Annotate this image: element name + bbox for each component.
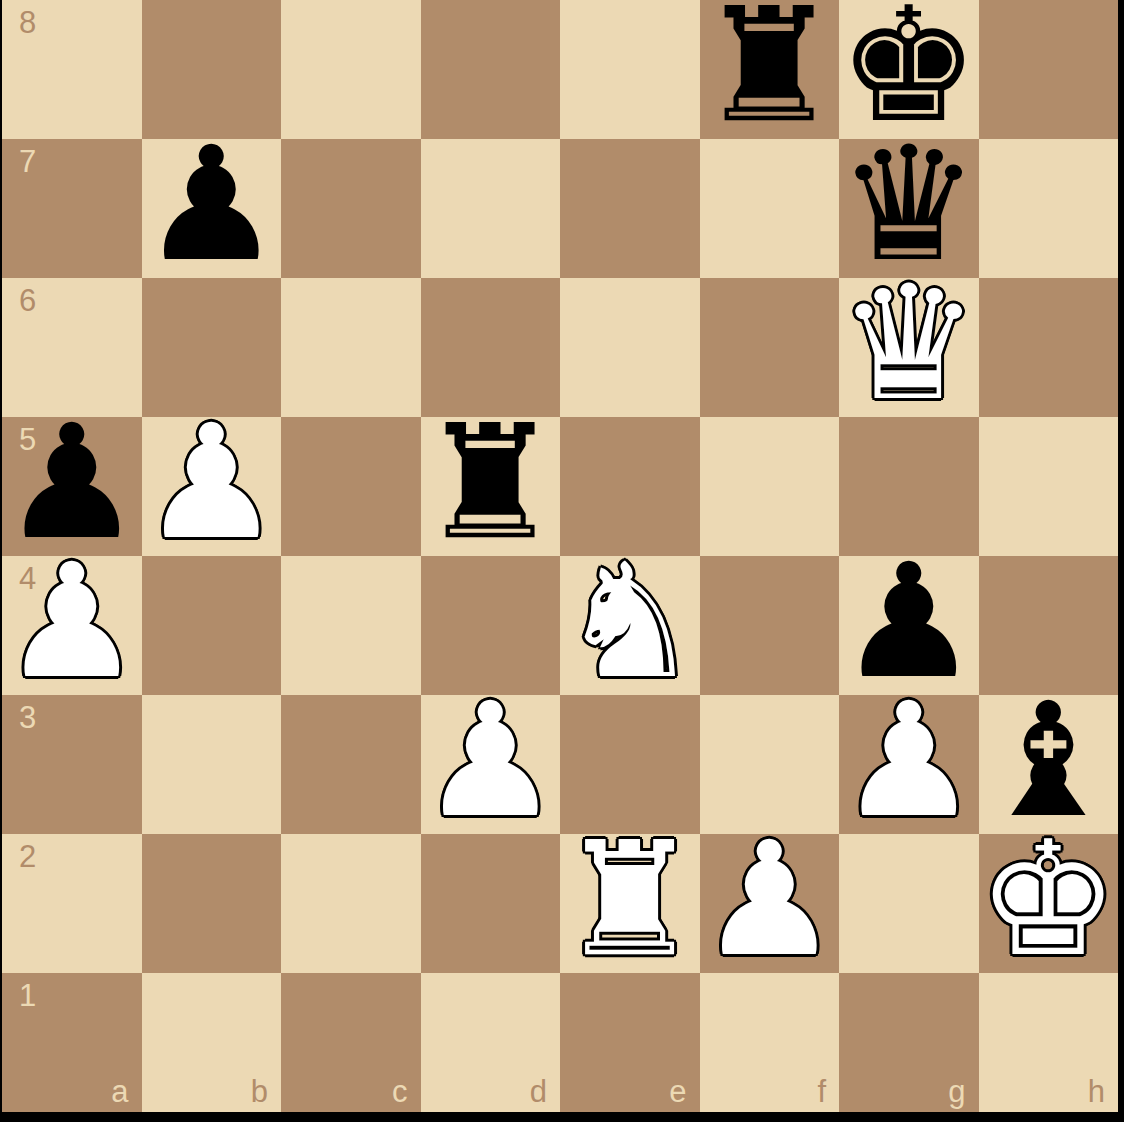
file-label-d: d [530,1076,547,1107]
rank-label-2: 2 [19,841,36,872]
file-label-a: a [111,1076,128,1107]
square-h5[interactable] [979,417,1119,556]
square-a3[interactable]: 3 [2,695,142,834]
square-b7[interactable]: ♟ [142,139,282,278]
square-d3[interactable]: ♟ [421,695,561,834]
piece-black-rook[interactable]: ♜ [700,0,840,134]
square-f2[interactable]: ♟ [700,834,840,973]
square-h1[interactable]: h [979,973,1119,1112]
file-label-h: h [1088,1076,1105,1107]
square-b3[interactable] [142,695,282,834]
file-label-e: e [669,1076,686,1107]
square-e4[interactable]: ♞ [560,556,700,695]
square-c1[interactable]: c [281,973,421,1112]
square-h6[interactable] [979,278,1119,417]
square-c8[interactable] [281,0,421,139]
piece-white-pawn[interactable]: ♟ [700,829,840,968]
chess-board: 8♜♚7♟♛6♛5♟♟♜4♟♞♟3♟♟♝2♜♟♚1abcdefgh [2,0,1118,1112]
piece-white-pawn[interactable]: ♟ [421,690,561,829]
square-g2[interactable] [839,834,979,973]
square-d8[interactable] [421,0,561,139]
square-h2[interactable]: ♚ [979,834,1119,973]
square-d2[interactable] [421,834,561,973]
square-e2[interactable]: ♜ [560,834,700,973]
rank-label-3: 3 [19,702,36,733]
square-f4[interactable] [700,556,840,695]
square-c7[interactable] [281,139,421,278]
square-e1[interactable]: e [560,973,700,1112]
square-b5[interactable]: ♟ [142,417,282,556]
piece-white-king[interactable]: ♚ [979,829,1119,968]
square-g1[interactable]: g [839,973,979,1112]
square-d7[interactable] [421,139,561,278]
file-label-b: b [251,1076,268,1107]
square-e8[interactable] [560,0,700,139]
piece-black-pawn[interactable]: ♟ [142,134,282,273]
piece-white-knight[interactable]: ♞ [560,551,700,690]
square-c3[interactable] [281,695,421,834]
file-label-c: c [392,1076,408,1107]
square-g6[interactable]: ♛ [839,278,979,417]
piece-white-queen[interactable]: ♛ [839,273,979,412]
piece-white-pawn[interactable]: ♟ [839,690,979,829]
rank-label-8: 8 [19,7,36,38]
square-a8[interactable]: 8 [2,0,142,139]
rank-label-6: 6 [19,285,36,316]
square-a7[interactable]: 7 [2,139,142,278]
rank-label-1: 1 [19,980,36,1011]
square-b1[interactable]: b [142,973,282,1112]
square-d5[interactable]: ♜ [421,417,561,556]
square-d1[interactable]: d [421,973,561,1112]
piece-white-pawn[interactable]: ♟ [142,412,282,551]
square-c2[interactable] [281,834,421,973]
square-f7[interactable] [700,139,840,278]
piece-black-rook[interactable]: ♜ [421,412,561,551]
square-b4[interactable] [142,556,282,695]
square-c5[interactable] [281,417,421,556]
square-c6[interactable] [281,278,421,417]
square-a4[interactable]: 4♟ [2,556,142,695]
square-e7[interactable] [560,139,700,278]
square-f5[interactable] [700,417,840,556]
piece-white-pawn[interactable]: ♟ [2,551,142,690]
square-c4[interactable] [281,556,421,695]
file-label-g: g [948,1076,965,1107]
square-f8[interactable]: ♜ [700,0,840,139]
file-label-f: f [817,1076,826,1107]
square-h7[interactable] [979,139,1119,278]
square-b2[interactable] [142,834,282,973]
square-a2[interactable]: 2 [2,834,142,973]
square-g3[interactable]: ♟ [839,695,979,834]
square-f6[interactable] [700,278,840,417]
square-e6[interactable] [560,278,700,417]
rank-label-7: 7 [19,146,36,177]
square-h8[interactable] [979,0,1119,139]
square-f1[interactable]: f [700,973,840,1112]
square-a1[interactable]: 1a [2,973,142,1112]
piece-white-rook[interactable]: ♜ [560,829,700,968]
